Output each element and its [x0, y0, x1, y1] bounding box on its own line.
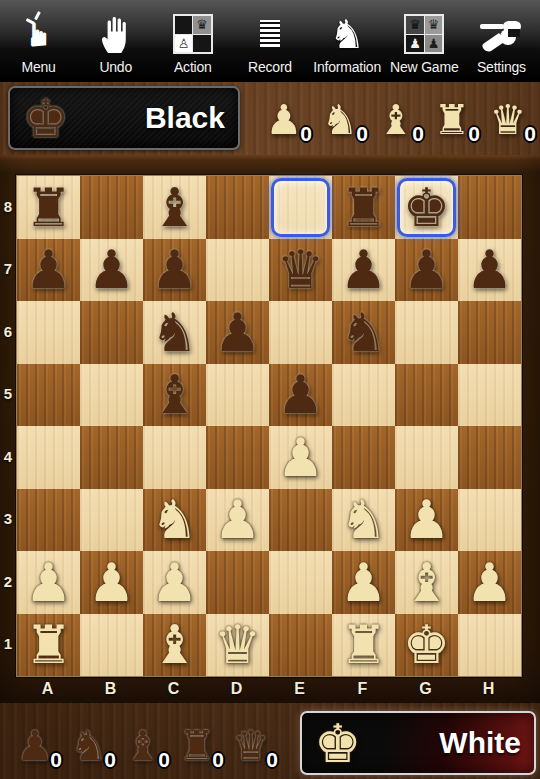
piece-black-a7: ♟ — [25, 243, 73, 296]
piece-black-g8: ♚ — [403, 181, 451, 234]
rank-label-3: 3 — [0, 488, 16, 551]
chess-app: ☛ Menu Undo ♛ ♙ Action — [0, 0, 540, 779]
square-a2[interactable]: ♟ — [17, 551, 80, 614]
piece-black-e5: ♟ — [277, 368, 325, 421]
piece-black-f8: ♜ — [340, 181, 388, 234]
black-queen-icon: ♛ — [233, 726, 270, 767]
file-labels: ABCDEFGH — [16, 677, 520, 701]
file-label-B: B — [79, 677, 142, 701]
square-a6[interactable] — [17, 301, 80, 364]
rank-label-1: 1 — [0, 613, 16, 676]
square-b4[interactable] — [80, 426, 143, 489]
captured-white-knight-count: 0 — [356, 122, 368, 146]
square-c6[interactable]: ♞ — [143, 301, 206, 364]
square-a7[interactable]: ♟ — [17, 239, 80, 302]
square-h4[interactable] — [458, 426, 521, 489]
new-game-label: New Game — [390, 59, 458, 75]
square-g7[interactable]: ♟ — [395, 239, 458, 302]
rank-label-6: 6 — [0, 300, 16, 363]
settings-button[interactable]: Settings — [463, 0, 540, 80]
square-b6[interactable] — [80, 301, 143, 364]
rank-labels: 87654321 — [0, 175, 16, 675]
information-button[interactable]: ♞ Information — [309, 0, 386, 80]
square-d1[interactable]: ♛ — [206, 614, 269, 677]
captured-white-pawn-count: 0 — [300, 122, 312, 146]
captured-black-pawn-count: 0 — [50, 748, 62, 772]
piece-white-a2: ♟ — [25, 556, 73, 609]
white-bishop-icon: ♝ — [378, 100, 415, 141]
captured-black-bishop: ♝0 — [116, 702, 170, 772]
mini-board-icon: ♛ ♙ — [173, 11, 213, 57]
captured-white-knight: ♞0 — [312, 86, 368, 146]
square-h2[interactable]: ♟ — [458, 551, 521, 614]
square-g1[interactable]: ♚ — [395, 614, 458, 677]
captured-white-queen: ♛0 — [480, 86, 536, 146]
white-knight-icon: ♞ — [322, 100, 359, 141]
square-c8[interactable]: ♝ — [143, 176, 206, 239]
white-pawn-icon: ♟ — [266, 100, 303, 141]
captured-white-bishop-count: 0 — [412, 122, 424, 146]
open-hand-icon — [99, 11, 133, 57]
square-h3[interactable] — [458, 489, 521, 552]
captured-black-rook-count: 0 — [212, 748, 224, 772]
piece-white-e4: ♟ — [277, 431, 325, 484]
square-h5[interactable] — [458, 364, 521, 427]
square-d3[interactable]: ♟ — [206, 489, 269, 552]
square-e8[interactable] — [269, 176, 332, 239]
rank-label-8: 8 — [0, 175, 16, 238]
file-label-H: H — [457, 677, 520, 701]
record-label: Record — [248, 59, 292, 75]
undo-button[interactable]: Undo — [77, 0, 154, 80]
square-g6[interactable] — [395, 301, 458, 364]
black-pawn-icon: ♟ — [17, 726, 54, 767]
piece-black-f7: ♟ — [340, 243, 388, 296]
captured-black-rook: ♜0 — [170, 702, 224, 772]
square-f2[interactable]: ♟ — [332, 551, 395, 614]
square-h6[interactable] — [458, 301, 521, 364]
square-f7[interactable]: ♟ — [332, 239, 395, 302]
tools-icon — [480, 11, 522, 57]
captured-white-rook: ♜0 — [424, 86, 480, 146]
captured-white-pawn: ♟0 — [256, 86, 312, 146]
toolbar: ☛ Menu Undo ♛ ♙ Action — [0, 0, 540, 82]
piece-white-c1: ♝ — [151, 618, 199, 671]
square-b1[interactable] — [80, 614, 143, 677]
chess-board: ♜♝♜♚♟♟♟♛♟♟♟♞♟♞♝♟♟♞♟♞♟♟♟♟♟♝♟♜♝♛♜♚ — [16, 175, 522, 677]
square-h7[interactable]: ♟ — [458, 239, 521, 302]
piece-black-h7: ♟ — [466, 243, 514, 296]
action-label: Action — [174, 59, 212, 75]
new-game-button[interactable]: ♛ ♛ ♟ ♟ New Game — [386, 0, 463, 80]
piece-white-c3: ♞ — [151, 493, 199, 546]
pointing-hand-icon: ☛ — [24, 11, 54, 57]
captured-black-bishop-count: 0 — [158, 748, 170, 772]
square-f8[interactable]: ♜ — [332, 176, 395, 239]
square-a3[interactable] — [17, 489, 80, 552]
piece-black-c8: ♝ — [151, 181, 199, 234]
white-king-icon: ♚ — [314, 717, 362, 770]
square-g5[interactable] — [395, 364, 458, 427]
black-bishop-icon: ♝ — [125, 726, 162, 767]
piece-black-a8: ♜ — [25, 181, 73, 234]
square-e3[interactable] — [269, 489, 332, 552]
square-h8[interactable] — [458, 176, 521, 239]
square-c5[interactable]: ♝ — [143, 364, 206, 427]
captured-black-pawn: ♟0 — [8, 702, 62, 772]
piece-white-b2: ♟ — [88, 556, 136, 609]
file-label-E: E — [268, 677, 331, 701]
square-d8[interactable] — [206, 176, 269, 239]
captured-white-queen-count: 0 — [524, 122, 536, 146]
square-b2[interactable]: ♟ — [80, 551, 143, 614]
piece-black-c6: ♞ — [151, 306, 199, 359]
square-f3[interactable]: ♞ — [332, 489, 395, 552]
knight-icon: ♞ — [329, 11, 365, 57]
square-d4[interactable] — [206, 426, 269, 489]
square-h1[interactable] — [458, 614, 521, 677]
file-label-C: C — [142, 677, 205, 701]
file-label-F: F — [331, 677, 394, 701]
square-e2[interactable] — [269, 551, 332, 614]
undo-label: Undo — [99, 59, 132, 75]
black-player-name: Black — [145, 101, 225, 135]
captured-black-queen-count: 0 — [266, 748, 278, 772]
piece-white-g3: ♟ — [403, 493, 451, 546]
square-c1[interactable]: ♝ — [143, 614, 206, 677]
square-a5[interactable] — [17, 364, 80, 427]
black-captured-tray: ♟0♞0♝0♜0♛0 — [256, 86, 536, 146]
piece-white-a1: ♜ — [25, 618, 73, 671]
square-g2[interactable]: ♝ — [395, 551, 458, 614]
black-king-icon: ♚ — [22, 92, 70, 145]
piece-black-c7: ♟ — [151, 243, 199, 296]
menu-label: Menu — [21, 59, 55, 75]
piece-black-c5: ♝ — [151, 368, 199, 421]
mini-board-pieces-icon: ♛ ♛ ♟ ♟ — [404, 11, 444, 57]
square-a8[interactable]: ♜ — [17, 176, 80, 239]
square-d5[interactable] — [206, 364, 269, 427]
white-captured-tray: ♟0♞0♝0♜0♛0 — [8, 702, 278, 772]
document-lines-icon — [256, 11, 284, 57]
square-e5[interactable]: ♟ — [269, 364, 332, 427]
square-b3[interactable] — [80, 489, 143, 552]
square-f4[interactable] — [332, 426, 395, 489]
piece-black-g7: ♟ — [403, 243, 451, 296]
captured-black-knight: ♞0 — [62, 702, 116, 772]
square-e7[interactable]: ♛ — [269, 239, 332, 302]
square-g3[interactable]: ♟ — [395, 489, 458, 552]
action-button[interactable]: ♛ ♙ Action — [154, 0, 231, 80]
square-d7[interactable] — [206, 239, 269, 302]
square-b8[interactable] — [80, 176, 143, 239]
piece-white-f2: ♟ — [340, 556, 388, 609]
rank-label-4: 4 — [0, 425, 16, 488]
square-b7[interactable]: ♟ — [80, 239, 143, 302]
square-g8[interactable]: ♚ — [395, 176, 458, 239]
piece-black-b7: ♟ — [88, 243, 136, 296]
square-c2[interactable]: ♟ — [143, 551, 206, 614]
piece-white-g1: ♚ — [403, 618, 451, 671]
square-c3[interactable]: ♞ — [143, 489, 206, 552]
square-f1[interactable]: ♜ — [332, 614, 395, 677]
square-f5[interactable] — [332, 364, 395, 427]
captured-white-rook-count: 0 — [468, 122, 480, 146]
rank-label-7: 7 — [0, 238, 16, 301]
square-a4[interactable] — [17, 426, 80, 489]
file-label-A: A — [16, 677, 79, 701]
black-knight-icon: ♞ — [71, 726, 108, 767]
square-c7[interactable]: ♟ — [143, 239, 206, 302]
square-e4[interactable]: ♟ — [269, 426, 332, 489]
information-label: Information — [313, 59, 381, 75]
piece-white-d1: ♛ — [214, 618, 262, 671]
piece-white-h2: ♟ — [466, 556, 514, 609]
menu-button[interactable]: ☛ Menu — [0, 0, 77, 80]
white-queen-icon: ♛ — [490, 100, 527, 141]
square-b5[interactable] — [80, 364, 143, 427]
captured-black-knight-count: 0 — [104, 748, 116, 772]
black-rook-icon: ♜ — [179, 726, 216, 767]
settings-label: Settings — [477, 59, 526, 75]
piece-black-e7: ♛ — [277, 243, 325, 296]
square-e6[interactable] — [269, 301, 332, 364]
captured-black-queen: ♛0 — [224, 702, 278, 772]
piece-black-d6: ♟ — [214, 306, 262, 359]
square-a1[interactable]: ♜ — [17, 614, 80, 677]
chess-board-frame: 87654321 ♜♝♜♚♟♟♟♛♟♟♟♞♟♞♝♟♟♞♟♞♟♟♟♟♟♝♟♜♝♛♜… — [0, 155, 540, 703]
piece-white-g2: ♝ — [403, 556, 451, 609]
file-label-G: G — [394, 677, 457, 701]
square-c4[interactable] — [143, 426, 206, 489]
white-rook-icon: ♜ — [434, 100, 471, 141]
record-button[interactable]: Record — [231, 0, 308, 80]
square-f6[interactable]: ♞ — [332, 301, 395, 364]
white-player-panel: ♚ White — [300, 711, 536, 775]
black-player-panel: ♚ Black — [8, 86, 240, 150]
piece-black-f6: ♞ — [340, 306, 388, 359]
square-d6[interactable]: ♟ — [206, 301, 269, 364]
rank-label-5: 5 — [0, 363, 16, 426]
piece-white-f1: ♜ — [340, 618, 388, 671]
piece-white-f3: ♞ — [340, 493, 388, 546]
square-d2[interactable] — [206, 551, 269, 614]
piece-white-d3: ♟ — [214, 493, 262, 546]
file-label-D: D — [205, 677, 268, 701]
rank-label-2: 2 — [0, 550, 16, 613]
captured-white-bishop: ♝0 — [368, 86, 424, 146]
white-player-name: White — [439, 726, 521, 760]
piece-white-c2: ♟ — [151, 556, 199, 609]
square-e1[interactable] — [269, 614, 332, 677]
square-g4[interactable] — [395, 426, 458, 489]
